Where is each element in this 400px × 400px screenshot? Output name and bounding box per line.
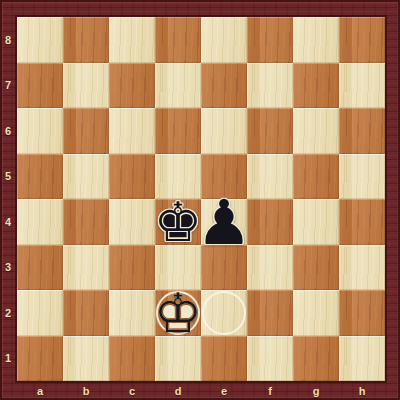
square-b4[interactable] [63,199,109,245]
square-a5[interactable] [17,154,63,200]
square-g2[interactable] [293,290,339,336]
square-a6[interactable] [17,108,63,154]
square-h8[interactable] [339,17,385,63]
square-g6[interactable] [293,108,339,154]
square-f1[interactable] [247,336,293,382]
square-d7[interactable] [155,63,201,109]
square-e4[interactable]: ♟ [201,199,247,245]
square-f3[interactable] [247,245,293,291]
square-d4[interactable]: ♚ [155,199,201,245]
square-f8[interactable] [247,17,293,63]
square-b5[interactable] [63,154,109,200]
rank-label-5: 5 [1,154,15,200]
square-g3[interactable] [293,245,339,291]
square-f2[interactable] [247,290,293,336]
square-f6[interactable] [247,108,293,154]
square-c2[interactable] [109,290,155,336]
square-h5[interactable] [339,154,385,200]
square-g5[interactable] [293,154,339,200]
square-d8[interactable] [155,17,201,63]
square-c6[interactable] [109,108,155,154]
black-pawn[interactable]: ♟ [196,192,252,254]
file-label-e: e [201,381,247,400]
rank-label-7: 7 [1,63,15,109]
square-e1[interactable] [201,336,247,382]
file-label-a: a [17,381,63,400]
square-e2[interactable] [201,290,247,336]
square-b1[interactable] [63,336,109,382]
square-f5[interactable] [247,154,293,200]
square-a7[interactable] [17,63,63,109]
rank-label-6: 6 [1,108,15,154]
file-label-c: c [109,381,155,400]
square-d2[interactable]: ♚♔ [155,290,201,336]
square-g4[interactable] [293,199,339,245]
square-f4[interactable] [247,199,293,245]
square-g1[interactable] [293,336,339,382]
square-c1[interactable] [109,336,155,382]
rank-label-1: 1 [1,336,15,382]
rank-label-8: 8 [1,17,15,63]
square-g7[interactable] [293,63,339,109]
rank-label-2: 2 [1,290,15,336]
square-a3[interactable] [17,245,63,291]
square-b2[interactable] [63,290,109,336]
rank-label-3: 3 [1,245,15,291]
file-label-d: d [155,381,201,400]
white-king[interactable]: ♚♔ [154,287,202,341]
square-f7[interactable] [247,63,293,109]
square-c8[interactable] [109,17,155,63]
square-c4[interactable] [109,199,155,245]
rank-label-4: 4 [1,199,15,245]
square-h2[interactable] [339,290,385,336]
square-h3[interactable] [339,245,385,291]
file-label-h: h [339,381,385,400]
square-e6[interactable] [201,108,247,154]
file-label-g: g [293,381,339,400]
square-h7[interactable] [339,63,385,109]
square-a2[interactable] [17,290,63,336]
square-b3[interactable] [63,245,109,291]
annotation-circle-e2 [202,291,246,335]
square-a8[interactable] [17,17,63,63]
square-h1[interactable] [339,336,385,382]
square-a1[interactable] [17,336,63,382]
black-king[interactable]: ♚ [154,196,202,250]
square-a4[interactable] [17,199,63,245]
board-frame: ♚♟♚♔ 87654321abcdefgh [0,0,400,400]
square-g8[interactable] [293,17,339,63]
board: ♚♟♚♔ [17,17,385,381]
square-b6[interactable] [63,108,109,154]
square-e8[interactable] [201,17,247,63]
white-king-outline: ♔ [154,287,202,341]
square-h6[interactable] [339,108,385,154]
square-b8[interactable] [63,17,109,63]
square-c7[interactable] [109,63,155,109]
file-label-b: b [63,381,109,400]
square-b7[interactable] [63,63,109,109]
square-h4[interactable] [339,199,385,245]
file-label-f: f [247,381,293,400]
square-d6[interactable] [155,108,201,154]
square-c5[interactable] [109,154,155,200]
square-e7[interactable] [201,63,247,109]
square-c3[interactable] [109,245,155,291]
